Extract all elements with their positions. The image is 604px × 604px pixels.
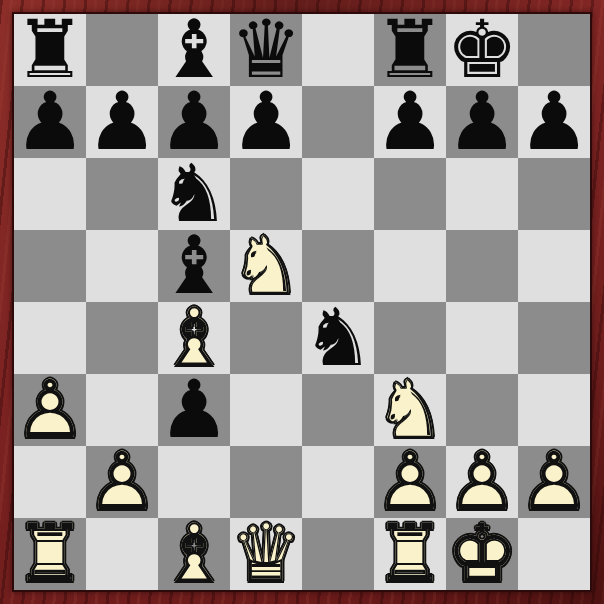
white-pawn[interactable]: ♟♙: [518, 446, 590, 518]
square-c1[interactable]: ♝♗: [158, 518, 230, 590]
white-pawn-outline: ♙: [14, 374, 86, 446]
black-knight-glyph: ♞: [302, 302, 374, 374]
square-a1[interactable]: ♜♖: [14, 518, 86, 590]
white-rook[interactable]: ♜♖: [14, 518, 86, 590]
black-pawn[interactable]: ♟: [374, 86, 446, 158]
square-h4[interactable]: [518, 302, 590, 374]
square-a7[interactable]: ♟: [14, 86, 86, 158]
chess-board: ♜♝♛♜♚♟♟♟♟♟♟♟♞♝♞♘♝♗♞♟♙♟♞♘♟♙♟♙♟♙♟♙♜♖♝♗♛♕♜♖…: [12, 12, 592, 592]
white-rook-outline: ♖: [14, 518, 86, 590]
black-knight[interactable]: ♞: [302, 302, 374, 374]
black-pawn-glyph: ♟: [86, 86, 158, 158]
black-pawn-glyph: ♟: [14, 86, 86, 158]
square-d7[interactable]: ♟: [230, 86, 302, 158]
square-h1[interactable]: [518, 518, 590, 590]
black-pawn[interactable]: ♟: [446, 86, 518, 158]
square-b4[interactable]: [86, 302, 158, 374]
square-e6[interactable]: [302, 158, 374, 230]
square-d1[interactable]: ♛♕: [230, 518, 302, 590]
square-a6[interactable]: [14, 158, 86, 230]
square-h2[interactable]: ♟♙: [518, 446, 590, 518]
board-frame: ♜♝♛♜♚♟♟♟♟♟♟♟♞♝♞♘♝♗♞♟♙♟♞♘♟♙♟♙♟♙♟♙♜♖♝♗♛♕♜♖…: [0, 0, 604, 604]
square-g4[interactable]: [446, 302, 518, 374]
square-b2[interactable]: ♟♙: [86, 446, 158, 518]
square-b6[interactable]: [86, 158, 158, 230]
square-c3[interactable]: ♟: [158, 374, 230, 446]
white-rook-outline: ♖: [374, 518, 446, 590]
black-pawn[interactable]: ♟: [86, 86, 158, 158]
white-bishop[interactable]: ♝♗: [158, 518, 230, 590]
square-d5[interactable]: ♞♘: [230, 230, 302, 302]
square-f6[interactable]: [374, 158, 446, 230]
square-b1[interactable]: [86, 518, 158, 590]
black-pawn[interactable]: ♟: [518, 86, 590, 158]
white-pawn[interactable]: ♟♙: [14, 374, 86, 446]
square-e3[interactable]: [302, 374, 374, 446]
square-a3[interactable]: ♟♙: [14, 374, 86, 446]
square-e2[interactable]: [302, 446, 374, 518]
white-pawn-outline: ♙: [518, 446, 590, 518]
square-h7[interactable]: ♟: [518, 86, 590, 158]
black-pawn-glyph: ♟: [518, 86, 590, 158]
white-king-outline: ♔: [446, 518, 518, 590]
square-e8[interactable]: [302, 14, 374, 86]
white-knight-outline: ♘: [230, 230, 302, 302]
black-pawn[interactable]: ♟: [158, 374, 230, 446]
square-h5[interactable]: [518, 230, 590, 302]
square-b5[interactable]: [86, 230, 158, 302]
white-knight[interactable]: ♞♘: [230, 230, 302, 302]
square-f7[interactable]: ♟: [374, 86, 446, 158]
square-e4[interactable]: ♞: [302, 302, 374, 374]
white-bishop-outline: ♗: [158, 518, 230, 590]
square-b7[interactable]: ♟: [86, 86, 158, 158]
square-f5[interactable]: [374, 230, 446, 302]
white-queen-outline: ♕: [230, 518, 302, 590]
square-h6[interactable]: [518, 158, 590, 230]
black-pawn[interactable]: ♟: [230, 86, 302, 158]
square-e7[interactable]: [302, 86, 374, 158]
square-g1[interactable]: ♚♔: [446, 518, 518, 590]
square-f1[interactable]: ♜♖: [374, 518, 446, 590]
square-e1[interactable]: [302, 518, 374, 590]
white-pawn[interactable]: ♟♙: [86, 446, 158, 518]
square-a5[interactable]: [14, 230, 86, 302]
white-king[interactable]: ♚♔: [446, 518, 518, 590]
square-g6[interactable]: [446, 158, 518, 230]
black-pawn-glyph: ♟: [158, 374, 230, 446]
square-g5[interactable]: [446, 230, 518, 302]
black-pawn[interactable]: ♟: [14, 86, 86, 158]
black-pawn-glyph: ♟: [446, 86, 518, 158]
white-pawn-outline: ♙: [86, 446, 158, 518]
black-pawn-glyph: ♟: [374, 86, 446, 158]
square-d3[interactable]: [230, 374, 302, 446]
square-g7[interactable]: ♟: [446, 86, 518, 158]
white-queen[interactable]: ♛♕: [230, 518, 302, 590]
black-pawn-glyph: ♟: [230, 86, 302, 158]
square-d4[interactable]: [230, 302, 302, 374]
white-rook[interactable]: ♜♖: [374, 518, 446, 590]
